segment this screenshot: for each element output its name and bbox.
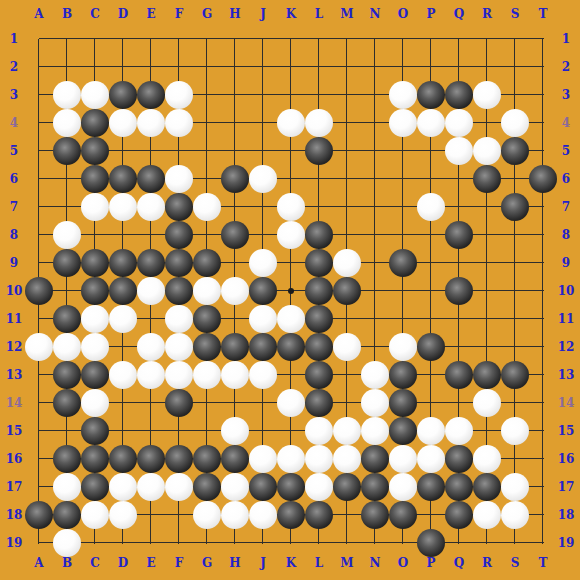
point-L8[interactable]	[305, 221, 333, 249]
point-K15[interactable]	[277, 417, 305, 445]
point-K1[interactable]	[277, 25, 305, 53]
point-N16[interactable]	[361, 445, 389, 473]
point-R6[interactable]	[473, 165, 501, 193]
point-T2[interactable]	[529, 53, 557, 81]
point-O13[interactable]	[389, 361, 417, 389]
point-E19[interactable]	[137, 529, 165, 557]
point-N13[interactable]	[361, 361, 389, 389]
point-L10[interactable]	[305, 277, 333, 305]
point-B9[interactable]	[53, 249, 81, 277]
point-Q15[interactable]	[445, 417, 473, 445]
point-F7[interactable]	[165, 193, 193, 221]
point-R7[interactable]	[473, 193, 501, 221]
point-M13[interactable]	[333, 361, 361, 389]
point-N15[interactable]	[361, 417, 389, 445]
point-Q3[interactable]	[445, 81, 473, 109]
point-Q2[interactable]	[445, 53, 473, 81]
point-S8[interactable]	[501, 221, 529, 249]
point-H9[interactable]	[221, 249, 249, 277]
point-M1[interactable]	[333, 25, 361, 53]
point-J5[interactable]	[249, 137, 277, 165]
point-L12[interactable]	[305, 333, 333, 361]
point-H17[interactable]	[221, 473, 249, 501]
point-S9[interactable]	[501, 249, 529, 277]
point-A1[interactable]	[25, 25, 53, 53]
point-L15[interactable]	[305, 417, 333, 445]
point-P1[interactable]	[417, 25, 445, 53]
point-B11[interactable]	[53, 305, 81, 333]
point-C4[interactable]	[81, 109, 109, 137]
point-M5[interactable]	[333, 137, 361, 165]
point-D5[interactable]	[109, 137, 137, 165]
point-A4[interactable]	[25, 109, 53, 137]
point-K17[interactable]	[277, 473, 305, 501]
point-E13[interactable]	[137, 361, 165, 389]
point-R10[interactable]	[473, 277, 501, 305]
point-J18[interactable]	[249, 501, 277, 529]
point-C3[interactable]	[81, 81, 109, 109]
point-F15[interactable]	[165, 417, 193, 445]
point-H5[interactable]	[221, 137, 249, 165]
point-G16[interactable]	[193, 445, 221, 473]
point-Q9[interactable]	[445, 249, 473, 277]
point-S11[interactable]	[501, 305, 529, 333]
point-S1[interactable]	[501, 25, 529, 53]
point-H12[interactable]	[221, 333, 249, 361]
point-M9[interactable]	[333, 249, 361, 277]
point-M3[interactable]	[333, 81, 361, 109]
point-O6[interactable]	[389, 165, 417, 193]
point-F8[interactable]	[165, 221, 193, 249]
point-C15[interactable]	[81, 417, 109, 445]
point-B8[interactable]	[53, 221, 81, 249]
point-M2[interactable]	[333, 53, 361, 81]
point-J3[interactable]	[249, 81, 277, 109]
point-N6[interactable]	[361, 165, 389, 193]
point-M16[interactable]	[333, 445, 361, 473]
point-F18[interactable]	[165, 501, 193, 529]
point-L2[interactable]	[305, 53, 333, 81]
point-T9[interactable]	[529, 249, 557, 277]
point-E9[interactable]	[137, 249, 165, 277]
point-D19[interactable]	[109, 529, 137, 557]
point-M18[interactable]	[333, 501, 361, 529]
point-F14[interactable]	[165, 389, 193, 417]
point-J6[interactable]	[249, 165, 277, 193]
point-T11[interactable]	[529, 305, 557, 333]
point-E3[interactable]	[137, 81, 165, 109]
point-L11[interactable]	[305, 305, 333, 333]
point-D14[interactable]	[109, 389, 137, 417]
point-C17[interactable]	[81, 473, 109, 501]
point-E1[interactable]	[137, 25, 165, 53]
point-P8[interactable]	[417, 221, 445, 249]
point-C7[interactable]	[81, 193, 109, 221]
point-B14[interactable]	[53, 389, 81, 417]
point-E17[interactable]	[137, 473, 165, 501]
point-K12[interactable]	[277, 333, 305, 361]
point-O5[interactable]	[389, 137, 417, 165]
point-Q7[interactable]	[445, 193, 473, 221]
point-G8[interactable]	[193, 221, 221, 249]
point-Q19[interactable]	[445, 529, 473, 557]
point-P17[interactable]	[417, 473, 445, 501]
point-J12[interactable]	[249, 333, 277, 361]
point-E12[interactable]	[137, 333, 165, 361]
point-R8[interactable]	[473, 221, 501, 249]
point-H8[interactable]	[221, 221, 249, 249]
point-S18[interactable]	[501, 501, 529, 529]
point-K3[interactable]	[277, 81, 305, 109]
point-M14[interactable]	[333, 389, 361, 417]
point-F17[interactable]	[165, 473, 193, 501]
point-A2[interactable]	[25, 53, 53, 81]
point-T4[interactable]	[529, 109, 557, 137]
point-C8[interactable]	[81, 221, 109, 249]
point-S3[interactable]	[501, 81, 529, 109]
point-T17[interactable]	[529, 473, 557, 501]
point-Q12[interactable]	[445, 333, 473, 361]
point-K6[interactable]	[277, 165, 305, 193]
point-G7[interactable]	[193, 193, 221, 221]
point-P14[interactable]	[417, 389, 445, 417]
point-R19[interactable]	[473, 529, 501, 557]
point-H14[interactable]	[221, 389, 249, 417]
point-G14[interactable]	[193, 389, 221, 417]
point-J19[interactable]	[249, 529, 277, 557]
point-N11[interactable]	[361, 305, 389, 333]
point-B17[interactable]	[53, 473, 81, 501]
point-F9[interactable]	[165, 249, 193, 277]
point-A17[interactable]	[25, 473, 53, 501]
point-A5[interactable]	[25, 137, 53, 165]
point-C13[interactable]	[81, 361, 109, 389]
point-O1[interactable]	[389, 25, 417, 53]
point-D12[interactable]	[109, 333, 137, 361]
point-N12[interactable]	[361, 333, 389, 361]
point-N10[interactable]	[361, 277, 389, 305]
point-C16[interactable]	[81, 445, 109, 473]
point-G15[interactable]	[193, 417, 221, 445]
point-M7[interactable]	[333, 193, 361, 221]
point-O11[interactable]	[389, 305, 417, 333]
point-J11[interactable]	[249, 305, 277, 333]
point-M10[interactable]	[333, 277, 361, 305]
point-K18[interactable]	[277, 501, 305, 529]
point-L7[interactable]	[305, 193, 333, 221]
point-D2[interactable]	[109, 53, 137, 81]
point-F3[interactable]	[165, 81, 193, 109]
point-H6[interactable]	[221, 165, 249, 193]
point-S14[interactable]	[501, 389, 529, 417]
point-O9[interactable]	[389, 249, 417, 277]
point-E15[interactable]	[137, 417, 165, 445]
point-C12[interactable]	[81, 333, 109, 361]
point-B3[interactable]	[53, 81, 81, 109]
point-J7[interactable]	[249, 193, 277, 221]
point-C5[interactable]	[81, 137, 109, 165]
point-P18[interactable]	[417, 501, 445, 529]
point-G4[interactable]	[193, 109, 221, 137]
point-M4[interactable]	[333, 109, 361, 137]
point-O4[interactable]	[389, 109, 417, 137]
point-A6[interactable]	[25, 165, 53, 193]
point-L16[interactable]	[305, 445, 333, 473]
point-A9[interactable]	[25, 249, 53, 277]
point-D18[interactable]	[109, 501, 137, 529]
point-N2[interactable]	[361, 53, 389, 81]
point-T1[interactable]	[529, 25, 557, 53]
point-O16[interactable]	[389, 445, 417, 473]
point-G19[interactable]	[193, 529, 221, 557]
point-T3[interactable]	[529, 81, 557, 109]
point-G11[interactable]	[193, 305, 221, 333]
point-E18[interactable]	[137, 501, 165, 529]
point-Q4[interactable]	[445, 109, 473, 137]
point-F5[interactable]	[165, 137, 193, 165]
point-T13[interactable]	[529, 361, 557, 389]
point-S12[interactable]	[501, 333, 529, 361]
point-N5[interactable]	[361, 137, 389, 165]
point-H10[interactable]	[221, 277, 249, 305]
point-G10[interactable]	[193, 277, 221, 305]
point-T6[interactable]	[529, 165, 557, 193]
point-J2[interactable]	[249, 53, 277, 81]
point-C19[interactable]	[81, 529, 109, 557]
point-R1[interactable]	[473, 25, 501, 53]
point-B18[interactable]	[53, 501, 81, 529]
point-R3[interactable]	[473, 81, 501, 109]
point-C1[interactable]	[81, 25, 109, 53]
point-T5[interactable]	[529, 137, 557, 165]
point-C6[interactable]	[81, 165, 109, 193]
point-O14[interactable]	[389, 389, 417, 417]
point-T8[interactable]	[529, 221, 557, 249]
point-G5[interactable]	[193, 137, 221, 165]
point-F4[interactable]	[165, 109, 193, 137]
point-D13[interactable]	[109, 361, 137, 389]
point-P15[interactable]	[417, 417, 445, 445]
point-S10[interactable]	[501, 277, 529, 305]
point-N1[interactable]	[361, 25, 389, 53]
point-Q10[interactable]	[445, 277, 473, 305]
point-P2[interactable]	[417, 53, 445, 81]
point-O8[interactable]	[389, 221, 417, 249]
point-A11[interactable]	[25, 305, 53, 333]
point-D3[interactable]	[109, 81, 137, 109]
point-G6[interactable]	[193, 165, 221, 193]
point-K7[interactable]	[277, 193, 305, 221]
point-F12[interactable]	[165, 333, 193, 361]
point-K13[interactable]	[277, 361, 305, 389]
point-S4[interactable]	[501, 109, 529, 137]
point-T10[interactable]	[529, 277, 557, 305]
point-L4[interactable]	[305, 109, 333, 137]
point-Q11[interactable]	[445, 305, 473, 333]
point-L18[interactable]	[305, 501, 333, 529]
point-A12[interactable]	[25, 333, 53, 361]
point-D9[interactable]	[109, 249, 137, 277]
point-O17[interactable]	[389, 473, 417, 501]
point-B10[interactable]	[53, 277, 81, 305]
point-S15[interactable]	[501, 417, 529, 445]
point-E6[interactable]	[137, 165, 165, 193]
point-G2[interactable]	[193, 53, 221, 81]
point-G18[interactable]	[193, 501, 221, 529]
point-O12[interactable]	[389, 333, 417, 361]
point-R17[interactable]	[473, 473, 501, 501]
point-R13[interactable]	[473, 361, 501, 389]
point-D7[interactable]	[109, 193, 137, 221]
point-J9[interactable]	[249, 249, 277, 277]
point-N7[interactable]	[361, 193, 389, 221]
point-B6[interactable]	[53, 165, 81, 193]
point-P6[interactable]	[417, 165, 445, 193]
point-D1[interactable]	[109, 25, 137, 53]
point-R14[interactable]	[473, 389, 501, 417]
point-A7[interactable]	[25, 193, 53, 221]
point-L5[interactable]	[305, 137, 333, 165]
point-R11[interactable]	[473, 305, 501, 333]
point-R4[interactable]	[473, 109, 501, 137]
point-S13[interactable]	[501, 361, 529, 389]
point-J15[interactable]	[249, 417, 277, 445]
point-B7[interactable]	[53, 193, 81, 221]
point-K2[interactable]	[277, 53, 305, 81]
point-R2[interactable]	[473, 53, 501, 81]
point-G3[interactable]	[193, 81, 221, 109]
point-Q13[interactable]	[445, 361, 473, 389]
point-K5[interactable]	[277, 137, 305, 165]
point-J17[interactable]	[249, 473, 277, 501]
point-D17[interactable]	[109, 473, 137, 501]
point-M15[interactable]	[333, 417, 361, 445]
point-N3[interactable]	[361, 81, 389, 109]
point-E2[interactable]	[137, 53, 165, 81]
point-B13[interactable]	[53, 361, 81, 389]
point-A18[interactable]	[25, 501, 53, 529]
point-R16[interactable]	[473, 445, 501, 473]
point-H1[interactable]	[221, 25, 249, 53]
point-L9[interactable]	[305, 249, 333, 277]
point-F13[interactable]	[165, 361, 193, 389]
point-G17[interactable]	[193, 473, 221, 501]
point-B16[interactable]	[53, 445, 81, 473]
point-G12[interactable]	[193, 333, 221, 361]
point-Q16[interactable]	[445, 445, 473, 473]
point-P13[interactable]	[417, 361, 445, 389]
point-D15[interactable]	[109, 417, 137, 445]
point-O15[interactable]	[389, 417, 417, 445]
point-C11[interactable]	[81, 305, 109, 333]
point-F1[interactable]	[165, 25, 193, 53]
point-O3[interactable]	[389, 81, 417, 109]
point-L17[interactable]	[305, 473, 333, 501]
point-P3[interactable]	[417, 81, 445, 109]
point-T14[interactable]	[529, 389, 557, 417]
point-B4[interactable]	[53, 109, 81, 137]
point-P4[interactable]	[417, 109, 445, 137]
point-Q8[interactable]	[445, 221, 473, 249]
point-B1[interactable]	[53, 25, 81, 53]
point-S2[interactable]	[501, 53, 529, 81]
point-H4[interactable]	[221, 109, 249, 137]
point-N9[interactable]	[361, 249, 389, 277]
point-D10[interactable]	[109, 277, 137, 305]
point-R12[interactable]	[473, 333, 501, 361]
point-R15[interactable]	[473, 417, 501, 445]
point-K8[interactable]	[277, 221, 305, 249]
point-A19[interactable]	[25, 529, 53, 557]
point-M19[interactable]	[333, 529, 361, 557]
point-T18[interactable]	[529, 501, 557, 529]
point-M17[interactable]	[333, 473, 361, 501]
point-Q6[interactable]	[445, 165, 473, 193]
point-J14[interactable]	[249, 389, 277, 417]
point-K9[interactable]	[277, 249, 305, 277]
point-K14[interactable]	[277, 389, 305, 417]
point-J1[interactable]	[249, 25, 277, 53]
point-A13[interactable]	[25, 361, 53, 389]
point-H19[interactable]	[221, 529, 249, 557]
point-A3[interactable]	[25, 81, 53, 109]
point-F10[interactable]	[165, 277, 193, 305]
point-A10[interactable]	[25, 277, 53, 305]
point-A16[interactable]	[25, 445, 53, 473]
point-Q5[interactable]	[445, 137, 473, 165]
point-N14[interactable]	[361, 389, 389, 417]
point-B15[interactable]	[53, 417, 81, 445]
point-H11[interactable]	[221, 305, 249, 333]
point-K4[interactable]	[277, 109, 305, 137]
point-H16[interactable]	[221, 445, 249, 473]
point-Q14[interactable]	[445, 389, 473, 417]
point-C14[interactable]	[81, 389, 109, 417]
point-R18[interactable]	[473, 501, 501, 529]
point-P11[interactable]	[417, 305, 445, 333]
point-K19[interactable]	[277, 529, 305, 557]
point-P10[interactable]	[417, 277, 445, 305]
point-C2[interactable]	[81, 53, 109, 81]
point-E14[interactable]	[137, 389, 165, 417]
point-F11[interactable]	[165, 305, 193, 333]
point-B12[interactable]	[53, 333, 81, 361]
point-H2[interactable]	[221, 53, 249, 81]
point-E11[interactable]	[137, 305, 165, 333]
point-F6[interactable]	[165, 165, 193, 193]
point-J13[interactable]	[249, 361, 277, 389]
point-L13[interactable]	[305, 361, 333, 389]
point-O7[interactable]	[389, 193, 417, 221]
point-H15[interactable]	[221, 417, 249, 445]
point-J16[interactable]	[249, 445, 277, 473]
point-C9[interactable]	[81, 249, 109, 277]
point-Q18[interactable]	[445, 501, 473, 529]
point-P9[interactable]	[417, 249, 445, 277]
point-L6[interactable]	[305, 165, 333, 193]
point-E7[interactable]	[137, 193, 165, 221]
point-B2[interactable]	[53, 53, 81, 81]
point-E10[interactable]	[137, 277, 165, 305]
point-N19[interactable]	[361, 529, 389, 557]
point-F16[interactable]	[165, 445, 193, 473]
point-N8[interactable]	[361, 221, 389, 249]
point-O10[interactable]	[389, 277, 417, 305]
point-A14[interactable]	[25, 389, 53, 417]
point-S19[interactable]	[501, 529, 529, 557]
point-H18[interactable]	[221, 501, 249, 529]
point-T16[interactable]	[529, 445, 557, 473]
